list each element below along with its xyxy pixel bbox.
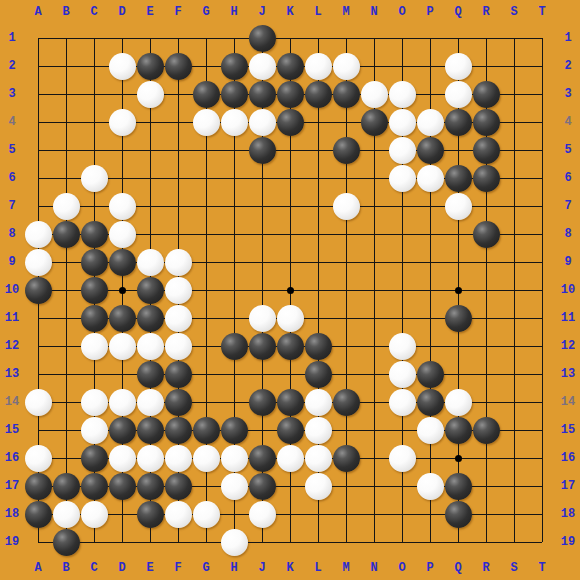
intersection-M8[interactable] bbox=[332, 220, 360, 248]
intersection-O7[interactable] bbox=[388, 192, 416, 220]
intersection-C14[interactable] bbox=[80, 388, 108, 416]
intersection-S5[interactable] bbox=[500, 136, 528, 164]
intersection-S8[interactable] bbox=[500, 220, 528, 248]
intersection-C11[interactable] bbox=[80, 304, 108, 332]
intersection-P10[interactable] bbox=[416, 276, 444, 304]
intersection-N12[interactable] bbox=[360, 332, 388, 360]
intersection-Q6[interactable] bbox=[444, 164, 472, 192]
intersection-L13[interactable] bbox=[304, 360, 332, 388]
intersection-F5[interactable] bbox=[164, 136, 192, 164]
intersection-B8[interactable] bbox=[52, 220, 80, 248]
intersection-H5[interactable] bbox=[220, 136, 248, 164]
intersection-R6[interactable] bbox=[472, 164, 500, 192]
intersection-K4[interactable] bbox=[276, 108, 304, 136]
intersection-E3[interactable] bbox=[136, 80, 164, 108]
intersection-L6[interactable] bbox=[304, 164, 332, 192]
intersection-K8[interactable] bbox=[276, 220, 304, 248]
intersection-P12[interactable] bbox=[416, 332, 444, 360]
intersection-A4[interactable] bbox=[24, 108, 52, 136]
intersection-F9[interactable] bbox=[164, 248, 192, 276]
intersection-Q1[interactable] bbox=[444, 24, 472, 52]
intersection-D19[interactable] bbox=[108, 528, 136, 556]
intersection-K1[interactable] bbox=[276, 24, 304, 52]
intersection-O5[interactable] bbox=[388, 136, 416, 164]
intersection-S3[interactable] bbox=[500, 80, 528, 108]
intersection-L7[interactable] bbox=[304, 192, 332, 220]
intersection-H9[interactable] bbox=[220, 248, 248, 276]
intersection-Q16[interactable] bbox=[444, 444, 472, 472]
intersection-L16[interactable] bbox=[304, 444, 332, 472]
intersection-Q8[interactable] bbox=[444, 220, 472, 248]
intersection-T19[interactable] bbox=[528, 528, 556, 556]
intersection-P3[interactable] bbox=[416, 80, 444, 108]
intersection-B10[interactable] bbox=[52, 276, 80, 304]
intersection-C6[interactable] bbox=[80, 164, 108, 192]
intersection-R13[interactable] bbox=[472, 360, 500, 388]
intersection-A15[interactable] bbox=[24, 416, 52, 444]
intersection-O17[interactable] bbox=[388, 472, 416, 500]
intersection-G2[interactable] bbox=[192, 52, 220, 80]
intersection-A1[interactable] bbox=[24, 24, 52, 52]
intersection-G19[interactable] bbox=[192, 528, 220, 556]
intersection-F14[interactable] bbox=[164, 388, 192, 416]
intersection-D11[interactable] bbox=[108, 304, 136, 332]
intersection-J10[interactable] bbox=[248, 276, 276, 304]
intersection-E11[interactable] bbox=[136, 304, 164, 332]
intersection-F10[interactable] bbox=[164, 276, 192, 304]
intersection-O12[interactable] bbox=[388, 332, 416, 360]
intersection-L10[interactable] bbox=[304, 276, 332, 304]
intersection-B1[interactable] bbox=[52, 24, 80, 52]
intersection-G1[interactable] bbox=[192, 24, 220, 52]
intersection-M13[interactable] bbox=[332, 360, 360, 388]
intersection-O9[interactable] bbox=[388, 248, 416, 276]
intersection-F2[interactable] bbox=[164, 52, 192, 80]
intersection-R2[interactable] bbox=[472, 52, 500, 80]
intersection-O16[interactable] bbox=[388, 444, 416, 472]
intersection-N3[interactable] bbox=[360, 80, 388, 108]
intersection-M7[interactable] bbox=[332, 192, 360, 220]
intersection-P8[interactable] bbox=[416, 220, 444, 248]
intersection-D6[interactable] bbox=[108, 164, 136, 192]
intersection-D3[interactable] bbox=[108, 80, 136, 108]
intersection-N15[interactable] bbox=[360, 416, 388, 444]
intersection-C2[interactable] bbox=[80, 52, 108, 80]
intersection-G18[interactable] bbox=[192, 500, 220, 528]
intersection-D7[interactable] bbox=[108, 192, 136, 220]
intersection-Q9[interactable] bbox=[444, 248, 472, 276]
intersection-P13[interactable] bbox=[416, 360, 444, 388]
intersection-M18[interactable] bbox=[332, 500, 360, 528]
intersection-K2[interactable] bbox=[276, 52, 304, 80]
intersection-F4[interactable] bbox=[164, 108, 192, 136]
intersection-D15[interactable] bbox=[108, 416, 136, 444]
intersection-O14[interactable] bbox=[388, 388, 416, 416]
intersection-Q2[interactable] bbox=[444, 52, 472, 80]
intersection-H8[interactable] bbox=[220, 220, 248, 248]
intersection-A9[interactable] bbox=[24, 248, 52, 276]
intersection-M16[interactable] bbox=[332, 444, 360, 472]
intersection-D16[interactable] bbox=[108, 444, 136, 472]
intersection-J6[interactable] bbox=[248, 164, 276, 192]
intersection-K17[interactable] bbox=[276, 472, 304, 500]
intersection-M19[interactable] bbox=[332, 528, 360, 556]
intersection-F15[interactable] bbox=[164, 416, 192, 444]
intersection-Q19[interactable] bbox=[444, 528, 472, 556]
intersection-S18[interactable] bbox=[500, 500, 528, 528]
intersection-K6[interactable] bbox=[276, 164, 304, 192]
intersection-N6[interactable] bbox=[360, 164, 388, 192]
intersection-C1[interactable] bbox=[80, 24, 108, 52]
intersection-C7[interactable] bbox=[80, 192, 108, 220]
intersection-S1[interactable] bbox=[500, 24, 528, 52]
intersection-T15[interactable] bbox=[528, 416, 556, 444]
intersection-O3[interactable] bbox=[388, 80, 416, 108]
intersection-P4[interactable] bbox=[416, 108, 444, 136]
intersection-J5[interactable] bbox=[248, 136, 276, 164]
intersection-F13[interactable] bbox=[164, 360, 192, 388]
intersection-B15[interactable] bbox=[52, 416, 80, 444]
intersection-S12[interactable] bbox=[500, 332, 528, 360]
intersection-G4[interactable] bbox=[192, 108, 220, 136]
intersection-M11[interactable] bbox=[332, 304, 360, 332]
intersection-E5[interactable] bbox=[136, 136, 164, 164]
intersection-L5[interactable] bbox=[304, 136, 332, 164]
intersection-M6[interactable] bbox=[332, 164, 360, 192]
intersection-H19[interactable] bbox=[220, 528, 248, 556]
intersection-K7[interactable] bbox=[276, 192, 304, 220]
intersection-T16[interactable] bbox=[528, 444, 556, 472]
intersection-B9[interactable] bbox=[52, 248, 80, 276]
intersection-A18[interactable] bbox=[24, 500, 52, 528]
intersection-N9[interactable] bbox=[360, 248, 388, 276]
intersection-E13[interactable] bbox=[136, 360, 164, 388]
intersection-N13[interactable] bbox=[360, 360, 388, 388]
intersection-D8[interactable] bbox=[108, 220, 136, 248]
intersection-N5[interactable] bbox=[360, 136, 388, 164]
intersection-H7[interactable] bbox=[220, 192, 248, 220]
intersection-L17[interactable] bbox=[304, 472, 332, 500]
intersection-M2[interactable] bbox=[332, 52, 360, 80]
intersection-F17[interactable] bbox=[164, 472, 192, 500]
intersection-R9[interactable] bbox=[472, 248, 500, 276]
intersection-T3[interactable] bbox=[528, 80, 556, 108]
intersection-J9[interactable] bbox=[248, 248, 276, 276]
intersection-S19[interactable] bbox=[500, 528, 528, 556]
intersection-T10[interactable] bbox=[528, 276, 556, 304]
intersection-A5[interactable] bbox=[24, 136, 52, 164]
intersection-F18[interactable] bbox=[164, 500, 192, 528]
intersection-T1[interactable] bbox=[528, 24, 556, 52]
intersection-G9[interactable] bbox=[192, 248, 220, 276]
intersection-A6[interactable] bbox=[24, 164, 52, 192]
intersection-G6[interactable] bbox=[192, 164, 220, 192]
intersection-Q4[interactable] bbox=[444, 108, 472, 136]
intersection-O1[interactable] bbox=[388, 24, 416, 52]
intersection-C13[interactable] bbox=[80, 360, 108, 388]
intersection-T14[interactable] bbox=[528, 388, 556, 416]
intersection-Q17[interactable] bbox=[444, 472, 472, 500]
intersection-O11[interactable] bbox=[388, 304, 416, 332]
intersection-P18[interactable] bbox=[416, 500, 444, 528]
intersection-S13[interactable] bbox=[500, 360, 528, 388]
intersection-L4[interactable] bbox=[304, 108, 332, 136]
intersection-D5[interactable] bbox=[108, 136, 136, 164]
intersection-H6[interactable] bbox=[220, 164, 248, 192]
intersection-C10[interactable] bbox=[80, 276, 108, 304]
intersection-L11[interactable] bbox=[304, 304, 332, 332]
intersection-H16[interactable] bbox=[220, 444, 248, 472]
intersection-B3[interactable] bbox=[52, 80, 80, 108]
intersection-K19[interactable] bbox=[276, 528, 304, 556]
intersection-N17[interactable] bbox=[360, 472, 388, 500]
intersection-T9[interactable] bbox=[528, 248, 556, 276]
intersection-C4[interactable] bbox=[80, 108, 108, 136]
intersection-G12[interactable] bbox=[192, 332, 220, 360]
intersection-K9[interactable] bbox=[276, 248, 304, 276]
intersection-R19[interactable] bbox=[472, 528, 500, 556]
intersection-B11[interactable] bbox=[52, 304, 80, 332]
intersection-J16[interactable] bbox=[248, 444, 276, 472]
intersection-B5[interactable] bbox=[52, 136, 80, 164]
intersection-E15[interactable] bbox=[136, 416, 164, 444]
intersection-K18[interactable] bbox=[276, 500, 304, 528]
intersection-E12[interactable] bbox=[136, 332, 164, 360]
intersection-C3[interactable] bbox=[80, 80, 108, 108]
intersection-O6[interactable] bbox=[388, 164, 416, 192]
intersection-J18[interactable] bbox=[248, 500, 276, 528]
intersection-J17[interactable] bbox=[248, 472, 276, 500]
intersection-T2[interactable] bbox=[528, 52, 556, 80]
intersection-B13[interactable] bbox=[52, 360, 80, 388]
intersection-P14[interactable] bbox=[416, 388, 444, 416]
intersection-K10[interactable] bbox=[276, 276, 304, 304]
intersection-P7[interactable] bbox=[416, 192, 444, 220]
intersection-R8[interactable] bbox=[472, 220, 500, 248]
intersection-G5[interactable] bbox=[192, 136, 220, 164]
intersection-E18[interactable] bbox=[136, 500, 164, 528]
intersection-R16[interactable] bbox=[472, 444, 500, 472]
intersection-G15[interactable] bbox=[192, 416, 220, 444]
intersection-R3[interactable] bbox=[472, 80, 500, 108]
intersection-R4[interactable] bbox=[472, 108, 500, 136]
intersection-C8[interactable] bbox=[80, 220, 108, 248]
intersection-O15[interactable] bbox=[388, 416, 416, 444]
intersection-G8[interactable] bbox=[192, 220, 220, 248]
intersection-C9[interactable] bbox=[80, 248, 108, 276]
intersection-N7[interactable] bbox=[360, 192, 388, 220]
intersection-R11[interactable] bbox=[472, 304, 500, 332]
intersection-J19[interactable] bbox=[248, 528, 276, 556]
intersection-C15[interactable] bbox=[80, 416, 108, 444]
intersection-E16[interactable] bbox=[136, 444, 164, 472]
intersection-L1[interactable] bbox=[304, 24, 332, 52]
intersection-T17[interactable] bbox=[528, 472, 556, 500]
intersection-S6[interactable] bbox=[500, 164, 528, 192]
intersection-H12[interactable] bbox=[220, 332, 248, 360]
intersection-S4[interactable] bbox=[500, 108, 528, 136]
intersection-Q3[interactable] bbox=[444, 80, 472, 108]
intersection-Q10[interactable] bbox=[444, 276, 472, 304]
intersection-B2[interactable] bbox=[52, 52, 80, 80]
intersection-R12[interactable] bbox=[472, 332, 500, 360]
intersection-S2[interactable] bbox=[500, 52, 528, 80]
intersection-R7[interactable] bbox=[472, 192, 500, 220]
intersection-B12[interactable] bbox=[52, 332, 80, 360]
intersection-P9[interactable] bbox=[416, 248, 444, 276]
intersection-J11[interactable] bbox=[248, 304, 276, 332]
intersection-F16[interactable] bbox=[164, 444, 192, 472]
intersection-H18[interactable] bbox=[220, 500, 248, 528]
intersection-A11[interactable] bbox=[24, 304, 52, 332]
intersection-H17[interactable] bbox=[220, 472, 248, 500]
intersection-B4[interactable] bbox=[52, 108, 80, 136]
intersection-G13[interactable] bbox=[192, 360, 220, 388]
intersection-F11[interactable] bbox=[164, 304, 192, 332]
intersection-L19[interactable] bbox=[304, 528, 332, 556]
intersection-T12[interactable] bbox=[528, 332, 556, 360]
intersection-G11[interactable] bbox=[192, 304, 220, 332]
intersection-B7[interactable] bbox=[52, 192, 80, 220]
intersection-M10[interactable] bbox=[332, 276, 360, 304]
intersection-T8[interactable] bbox=[528, 220, 556, 248]
intersection-D18[interactable] bbox=[108, 500, 136, 528]
intersection-G16[interactable] bbox=[192, 444, 220, 472]
intersection-S11[interactable] bbox=[500, 304, 528, 332]
intersection-T7[interactable] bbox=[528, 192, 556, 220]
intersection-L8[interactable] bbox=[304, 220, 332, 248]
intersection-L3[interactable] bbox=[304, 80, 332, 108]
intersection-L2[interactable] bbox=[304, 52, 332, 80]
intersection-K14[interactable] bbox=[276, 388, 304, 416]
intersection-N14[interactable] bbox=[360, 388, 388, 416]
intersection-C5[interactable] bbox=[80, 136, 108, 164]
intersection-H3[interactable] bbox=[220, 80, 248, 108]
intersection-T13[interactable] bbox=[528, 360, 556, 388]
intersection-A2[interactable] bbox=[24, 52, 52, 80]
intersection-J2[interactable] bbox=[248, 52, 276, 80]
intersection-N1[interactable] bbox=[360, 24, 388, 52]
intersection-R10[interactable] bbox=[472, 276, 500, 304]
intersection-E17[interactable] bbox=[136, 472, 164, 500]
intersection-F7[interactable] bbox=[164, 192, 192, 220]
intersection-B18[interactable] bbox=[52, 500, 80, 528]
intersection-M14[interactable] bbox=[332, 388, 360, 416]
intersection-D2[interactable] bbox=[108, 52, 136, 80]
intersection-H14[interactable] bbox=[220, 388, 248, 416]
intersection-H11[interactable] bbox=[220, 304, 248, 332]
intersection-Q5[interactable] bbox=[444, 136, 472, 164]
intersection-T6[interactable] bbox=[528, 164, 556, 192]
intersection-H2[interactable] bbox=[220, 52, 248, 80]
intersection-H10[interactable] bbox=[220, 276, 248, 304]
intersection-J1[interactable] bbox=[248, 24, 276, 52]
intersection-D13[interactable] bbox=[108, 360, 136, 388]
intersection-E1[interactable] bbox=[136, 24, 164, 52]
intersection-E10[interactable] bbox=[136, 276, 164, 304]
intersection-D9[interactable] bbox=[108, 248, 136, 276]
intersection-A19[interactable] bbox=[24, 528, 52, 556]
intersection-M5[interactable] bbox=[332, 136, 360, 164]
intersection-P16[interactable] bbox=[416, 444, 444, 472]
intersection-N16[interactable] bbox=[360, 444, 388, 472]
intersection-B14[interactable] bbox=[52, 388, 80, 416]
intersection-E19[interactable] bbox=[136, 528, 164, 556]
intersection-D12[interactable] bbox=[108, 332, 136, 360]
intersection-E2[interactable] bbox=[136, 52, 164, 80]
intersection-O13[interactable] bbox=[388, 360, 416, 388]
intersection-S16[interactable] bbox=[500, 444, 528, 472]
intersection-O4[interactable] bbox=[388, 108, 416, 136]
intersection-M12[interactable] bbox=[332, 332, 360, 360]
intersection-J13[interactable] bbox=[248, 360, 276, 388]
intersection-R1[interactable] bbox=[472, 24, 500, 52]
intersection-F6[interactable] bbox=[164, 164, 192, 192]
intersection-J7[interactable] bbox=[248, 192, 276, 220]
intersection-R5[interactable] bbox=[472, 136, 500, 164]
intersection-S9[interactable] bbox=[500, 248, 528, 276]
intersection-A10[interactable] bbox=[24, 276, 52, 304]
intersection-M15[interactable] bbox=[332, 416, 360, 444]
intersection-J3[interactable] bbox=[248, 80, 276, 108]
intersection-Q13[interactable] bbox=[444, 360, 472, 388]
intersection-J15[interactable] bbox=[248, 416, 276, 444]
intersection-G14[interactable] bbox=[192, 388, 220, 416]
intersection-D14[interactable] bbox=[108, 388, 136, 416]
intersection-S10[interactable] bbox=[500, 276, 528, 304]
intersection-A16[interactable] bbox=[24, 444, 52, 472]
intersection-C16[interactable] bbox=[80, 444, 108, 472]
intersection-F12[interactable] bbox=[164, 332, 192, 360]
intersection-B17[interactable] bbox=[52, 472, 80, 500]
intersection-F8[interactable] bbox=[164, 220, 192, 248]
intersection-S15[interactable] bbox=[500, 416, 528, 444]
intersection-B19[interactable] bbox=[52, 528, 80, 556]
intersection-O10[interactable] bbox=[388, 276, 416, 304]
intersection-O18[interactable] bbox=[388, 500, 416, 528]
intersection-T5[interactable] bbox=[528, 136, 556, 164]
intersection-J14[interactable] bbox=[248, 388, 276, 416]
intersection-G17[interactable] bbox=[192, 472, 220, 500]
intersection-A14[interactable] bbox=[24, 388, 52, 416]
intersection-L12[interactable] bbox=[304, 332, 332, 360]
intersection-N2[interactable] bbox=[360, 52, 388, 80]
intersection-T4[interactable] bbox=[528, 108, 556, 136]
intersection-Q14[interactable] bbox=[444, 388, 472, 416]
intersection-D1[interactable] bbox=[108, 24, 136, 52]
intersection-S14[interactable] bbox=[500, 388, 528, 416]
intersection-L14[interactable] bbox=[304, 388, 332, 416]
intersection-E8[interactable] bbox=[136, 220, 164, 248]
intersection-H4[interactable] bbox=[220, 108, 248, 136]
intersection-K15[interactable] bbox=[276, 416, 304, 444]
intersection-R18[interactable] bbox=[472, 500, 500, 528]
intersection-F1[interactable] bbox=[164, 24, 192, 52]
intersection-K11[interactable] bbox=[276, 304, 304, 332]
intersection-L18[interactable] bbox=[304, 500, 332, 528]
intersection-N4[interactable] bbox=[360, 108, 388, 136]
intersection-L9[interactable] bbox=[304, 248, 332, 276]
intersection-A13[interactable] bbox=[24, 360, 52, 388]
intersection-J8[interactable] bbox=[248, 220, 276, 248]
intersection-F3[interactable] bbox=[164, 80, 192, 108]
intersection-E14[interactable] bbox=[136, 388, 164, 416]
intersection-G10[interactable] bbox=[192, 276, 220, 304]
intersection-H15[interactable] bbox=[220, 416, 248, 444]
intersection-C17[interactable] bbox=[80, 472, 108, 500]
intersection-N8[interactable] bbox=[360, 220, 388, 248]
intersection-P2[interactable] bbox=[416, 52, 444, 80]
